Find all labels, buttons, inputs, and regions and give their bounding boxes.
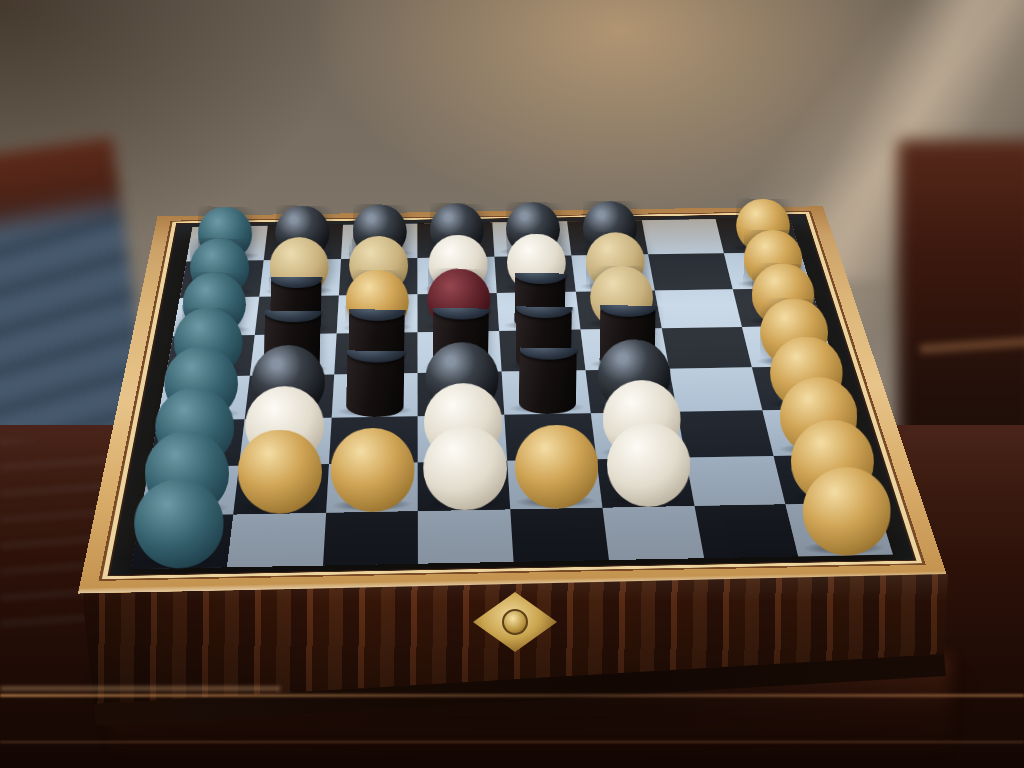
gold-sphere-piece[interactable]: ● — [802, 466, 891, 556]
square-b2[interactable]: ● — [233, 464, 329, 515]
square-b1[interactable] — [227, 513, 326, 567]
board-rim: ●●●●●●●●●●●●●●●●●●●●●●●●●●●●●●●●●●●●●●●●… — [78, 206, 947, 593]
square-d2[interactable]: ● — [418, 461, 510, 512]
teal-sphere-piece[interactable]: ● — [134, 479, 225, 569]
brass-emblem — [473, 592, 557, 652]
square-c2[interactable]: ● — [326, 462, 418, 513]
gold-sphere-piece[interactable]: ● — [237, 429, 323, 514]
table-highlight-line-2 — [0, 741, 1024, 743]
square-e2[interactable]: ● — [507, 459, 602, 510]
black-cylinder-piece[interactable]: ● — [346, 350, 404, 417]
square-e1[interactable] — [510, 508, 608, 562]
white-pearl-sphere-piece[interactable]: ● — [606, 423, 691, 508]
black-cylinder-piece[interactable]: ● — [519, 347, 577, 414]
board-margin: ●●●●●●●●●●●●●●●●●●●●●●●●●●●●●●●●●●●●●●●●… — [107, 214, 916, 576]
square-g3[interactable] — [677, 410, 774, 457]
gold-sphere-piece[interactable]: ● — [330, 427, 415, 512]
square-g2[interactable] — [685, 456, 786, 506]
table-highlight-line — [0, 694, 1024, 697]
scene: ●●●●●●●●●●●●●●●●●●●●●●●●●●●●●●●●●●●●●●●●… — [0, 0, 1024, 768]
emblem-center-boss — [502, 609, 528, 635]
square-g7[interactable] — [648, 253, 733, 290]
square-c1[interactable] — [323, 511, 419, 565]
square-a1[interactable]: ● — [131, 515, 233, 570]
square-f1[interactable] — [602, 506, 703, 560]
square-g8[interactable] — [641, 219, 724, 254]
square-g6[interactable] — [654, 289, 742, 328]
gold-sphere-piece[interactable]: ● — [514, 424, 599, 509]
square-g1[interactable] — [694, 504, 798, 558]
white-pearl-sphere-piece[interactable]: ● — [422, 426, 507, 511]
square-e4[interactable]: ● — [502, 370, 591, 415]
board-3d-plane: ●●●●●●●●●●●●●●●●●●●●●●●●●●●●●●●●●●●●●●●●… — [78, 206, 947, 593]
square-d1[interactable] — [418, 510, 513, 564]
square-f2[interactable]: ● — [596, 457, 694, 507]
square-g4[interactable] — [669, 367, 763, 411]
square-c4[interactable]: ● — [331, 373, 418, 418]
square-h1[interactable]: ● — [786, 503, 893, 557]
square-g5[interactable] — [661, 327, 752, 369]
board-grid: ●●●●●●●●●●●●●●●●●●●●●●●●●●●●●●●●●●●●●●●●… — [131, 218, 893, 569]
table-highlight-segment — [0, 687, 280, 690]
